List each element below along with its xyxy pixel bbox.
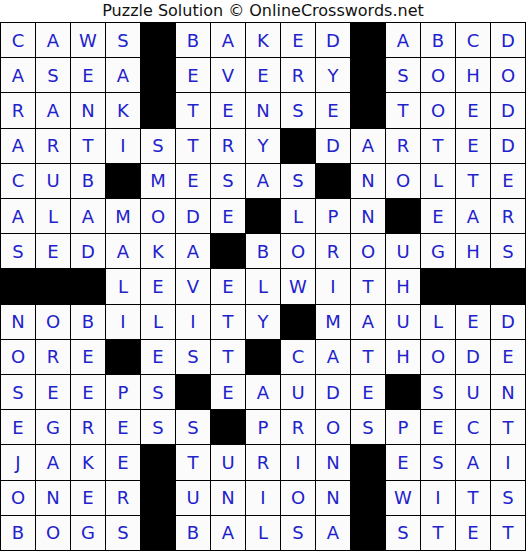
block-cell bbox=[36, 269, 70, 303]
letter-cell: B bbox=[176, 516, 210, 550]
letter-cell: N bbox=[316, 445, 350, 479]
letter-cell: C bbox=[281, 340, 315, 374]
letter-cell: A bbox=[36, 445, 70, 479]
letter-cell: B bbox=[421, 23, 455, 57]
letter-cell: N bbox=[316, 481, 350, 515]
letter-cell: O bbox=[421, 340, 455, 374]
letter-cell: Y bbox=[316, 58, 350, 92]
letter-cell: L bbox=[141, 305, 175, 339]
letter-cell: N bbox=[246, 93, 280, 127]
letter-cell: U bbox=[456, 375, 490, 409]
letter-cell: O bbox=[351, 234, 385, 268]
letter-cell: S bbox=[386, 516, 420, 550]
letter-cell: D bbox=[456, 340, 490, 374]
letter-cell: O bbox=[421, 58, 455, 92]
letter-cell: E bbox=[71, 375, 105, 409]
letter-cell: S bbox=[281, 164, 315, 198]
crossword-solution-page: Puzzle Solution © OnlineCrosswords.net C… bbox=[0, 0, 526, 551]
letter-cell: B bbox=[176, 23, 210, 57]
letter-cell: T bbox=[456, 481, 490, 515]
letter-cell: O bbox=[1, 481, 35, 515]
letter-cell: O bbox=[1, 340, 35, 374]
letter-cell: P bbox=[106, 375, 140, 409]
letter-cell: A bbox=[71, 199, 105, 233]
letter-cell: C bbox=[1, 23, 35, 57]
letter-cell: C bbox=[1, 164, 35, 198]
letter-cell: E bbox=[456, 516, 490, 550]
block-cell bbox=[141, 516, 175, 550]
letter-cell: C bbox=[456, 23, 490, 57]
letter-cell: N bbox=[351, 199, 385, 233]
letter-cell: E bbox=[351, 375, 385, 409]
letter-cell: R bbox=[246, 445, 280, 479]
letter-cell: A bbox=[1, 129, 35, 163]
block-cell bbox=[351, 445, 385, 479]
block-cell bbox=[176, 375, 210, 409]
letter-cell: A bbox=[316, 516, 350, 550]
letter-cell: O bbox=[36, 305, 70, 339]
letter-cell: D bbox=[71, 234, 105, 268]
letter-cell: O bbox=[36, 516, 70, 550]
letter-cell: R bbox=[36, 129, 70, 163]
letter-cell: A bbox=[316, 340, 350, 374]
block-cell bbox=[491, 269, 525, 303]
block-cell bbox=[71, 269, 105, 303]
block-cell bbox=[141, 445, 175, 479]
letter-cell: V bbox=[211, 58, 245, 92]
letter-cell: E bbox=[421, 410, 455, 444]
letter-cell: E bbox=[176, 58, 210, 92]
letter-cell: O bbox=[421, 93, 455, 127]
letter-cell: R bbox=[281, 410, 315, 444]
letter-cell: S bbox=[421, 445, 455, 479]
block-cell bbox=[386, 199, 420, 233]
letter-cell: E bbox=[316, 93, 350, 127]
letter-cell: E bbox=[176, 164, 210, 198]
letter-cell: J bbox=[1, 445, 35, 479]
letter-cell: E bbox=[71, 340, 105, 374]
letter-cell: T bbox=[421, 516, 455, 550]
letter-cell: I bbox=[316, 269, 350, 303]
letter-cell: M bbox=[141, 164, 175, 198]
letter-cell: S bbox=[176, 340, 210, 374]
block-cell bbox=[141, 93, 175, 127]
letter-cell: O bbox=[316, 410, 350, 444]
letter-cell: I bbox=[106, 129, 140, 163]
block-cell bbox=[351, 93, 385, 127]
block-cell bbox=[351, 23, 385, 57]
letter-cell: O bbox=[281, 481, 315, 515]
letter-cell: N bbox=[211, 481, 245, 515]
letter-cell: S bbox=[281, 93, 315, 127]
letter-cell: R bbox=[106, 481, 140, 515]
letter-cell: T bbox=[71, 129, 105, 163]
letter-cell: N bbox=[36, 481, 70, 515]
letter-cell: E bbox=[211, 199, 245, 233]
page-title: Puzzle Solution © OnlineCrosswords.net bbox=[0, 0, 526, 22]
letter-cell: A bbox=[211, 516, 245, 550]
letter-cell: S bbox=[281, 516, 315, 550]
letter-cell: T bbox=[386, 93, 420, 127]
letter-cell: A bbox=[246, 164, 280, 198]
letter-cell: R bbox=[491, 199, 525, 233]
block-cell bbox=[211, 234, 245, 268]
letter-cell: K bbox=[246, 23, 280, 57]
letter-cell: O bbox=[386, 164, 420, 198]
letter-cell: S bbox=[386, 58, 420, 92]
letter-cell: T bbox=[176, 129, 210, 163]
letter-cell: A bbox=[106, 234, 140, 268]
letter-cell: M bbox=[106, 199, 140, 233]
letter-cell: E bbox=[71, 58, 105, 92]
letter-cell: U bbox=[176, 481, 210, 515]
letter-cell: E bbox=[106, 445, 140, 479]
letter-cell: B bbox=[71, 305, 105, 339]
letter-cell: P bbox=[386, 410, 420, 444]
letter-cell: O bbox=[281, 234, 315, 268]
letter-cell: P bbox=[316, 199, 350, 233]
letter-cell: I bbox=[281, 445, 315, 479]
letter-cell: T bbox=[176, 445, 210, 479]
letter-cell: E bbox=[456, 129, 490, 163]
block-cell bbox=[141, 23, 175, 57]
letter-cell: I bbox=[106, 305, 140, 339]
letter-cell: L bbox=[421, 305, 455, 339]
letter-cell: S bbox=[141, 410, 175, 444]
letter-cell: G bbox=[71, 516, 105, 550]
letter-cell: U bbox=[386, 305, 420, 339]
letter-cell: G bbox=[36, 410, 70, 444]
block-cell bbox=[141, 481, 175, 515]
letter-cell: L bbox=[281, 199, 315, 233]
letter-cell: E bbox=[386, 445, 420, 479]
letter-cell: H bbox=[456, 234, 490, 268]
letter-cell: R bbox=[316, 234, 350, 268]
letter-cell: R bbox=[71, 410, 105, 444]
block-cell bbox=[351, 481, 385, 515]
letter-cell: E bbox=[456, 93, 490, 127]
letter-cell: A bbox=[176, 234, 210, 268]
block-cell bbox=[456, 269, 490, 303]
letter-cell: A bbox=[386, 23, 420, 57]
letter-cell: P bbox=[246, 410, 280, 444]
letter-cell: N bbox=[71, 93, 105, 127]
letter-cell: T bbox=[351, 340, 385, 374]
letter-cell: B bbox=[246, 234, 280, 268]
block-cell bbox=[1, 269, 35, 303]
letter-cell: E bbox=[141, 340, 175, 374]
letter-cell: E bbox=[71, 481, 105, 515]
block-cell bbox=[281, 305, 315, 339]
letter-cell: C bbox=[456, 410, 490, 444]
letter-cell: S bbox=[36, 58, 70, 92]
block-cell bbox=[281, 129, 315, 163]
letter-cell: A bbox=[1, 58, 35, 92]
letter-cell: U bbox=[36, 164, 70, 198]
letter-cell: T bbox=[351, 269, 385, 303]
letter-cell: E bbox=[491, 340, 525, 374]
letter-cell: M bbox=[316, 305, 350, 339]
letter-cell: L bbox=[36, 199, 70, 233]
letter-cell: N bbox=[491, 375, 525, 409]
letter-cell: S bbox=[176, 410, 210, 444]
letter-cell: T bbox=[211, 340, 245, 374]
letter-cell: E bbox=[491, 164, 525, 198]
letter-cell: L bbox=[246, 269, 280, 303]
letter-cell: W bbox=[71, 23, 105, 57]
letter-cell: D bbox=[316, 23, 350, 57]
letter-cell: D bbox=[491, 23, 525, 57]
block-cell bbox=[351, 516, 385, 550]
letter-cell: A bbox=[351, 129, 385, 163]
letter-cell: E bbox=[211, 269, 245, 303]
letter-cell: I bbox=[176, 305, 210, 339]
letter-cell: E bbox=[1, 410, 35, 444]
letter-cell: E bbox=[281, 23, 315, 57]
block-cell bbox=[106, 164, 140, 198]
letter-cell: B bbox=[71, 164, 105, 198]
letter-cell: K bbox=[71, 445, 105, 479]
letter-cell: S bbox=[106, 23, 140, 57]
crossword-grid: CAWSBAKEDABCDASEAEVERYSOHORANKTENSETOEDA… bbox=[0, 22, 526, 551]
letter-cell: R bbox=[36, 340, 70, 374]
letter-cell: S bbox=[421, 375, 455, 409]
letter-cell: E bbox=[36, 234, 70, 268]
letter-cell: E bbox=[421, 199, 455, 233]
letter-cell: A bbox=[36, 23, 70, 57]
letter-cell: I bbox=[491, 445, 525, 479]
block-cell bbox=[386, 375, 420, 409]
block-cell bbox=[246, 340, 280, 374]
letter-cell: U bbox=[281, 375, 315, 409]
block-cell bbox=[421, 269, 455, 303]
letter-cell: A bbox=[211, 23, 245, 57]
block-cell bbox=[316, 164, 350, 198]
letter-cell: E bbox=[141, 269, 175, 303]
block-cell bbox=[106, 340, 140, 374]
letter-cell: S bbox=[141, 375, 175, 409]
letter-cell: S bbox=[491, 234, 525, 268]
block-cell bbox=[246, 199, 280, 233]
letter-cell: W bbox=[281, 269, 315, 303]
letter-cell: L bbox=[421, 164, 455, 198]
letter-cell: S bbox=[351, 410, 385, 444]
block-cell bbox=[211, 410, 245, 444]
letter-cell: L bbox=[246, 516, 280, 550]
letter-cell: L bbox=[106, 269, 140, 303]
letter-cell: B bbox=[1, 516, 35, 550]
letter-cell: A bbox=[456, 445, 490, 479]
letter-cell: D bbox=[176, 199, 210, 233]
letter-cell: E bbox=[246, 58, 280, 92]
letter-cell: I bbox=[421, 481, 455, 515]
letter-cell: H bbox=[456, 58, 490, 92]
letter-cell: O bbox=[491, 58, 525, 92]
letter-cell: A bbox=[36, 93, 70, 127]
letter-cell: O bbox=[141, 199, 175, 233]
letter-cell: S bbox=[1, 234, 35, 268]
letter-cell: W bbox=[386, 481, 420, 515]
letter-cell: T bbox=[491, 410, 525, 444]
letter-cell: E bbox=[36, 375, 70, 409]
letter-cell: A bbox=[456, 199, 490, 233]
letter-cell: S bbox=[141, 129, 175, 163]
letter-cell: K bbox=[141, 234, 175, 268]
letter-cell: T bbox=[421, 129, 455, 163]
letter-cell: T bbox=[176, 93, 210, 127]
letter-cell: T bbox=[491, 516, 525, 550]
letter-cell: N bbox=[1, 305, 35, 339]
letter-cell: S bbox=[211, 164, 245, 198]
letter-cell: H bbox=[386, 340, 420, 374]
letter-cell: A bbox=[351, 305, 385, 339]
letter-cell: N bbox=[351, 164, 385, 198]
letter-cell: E bbox=[106, 410, 140, 444]
letter-cell: A bbox=[246, 375, 280, 409]
letter-cell: V bbox=[176, 269, 210, 303]
letter-cell: D bbox=[316, 375, 350, 409]
letter-cell: E bbox=[211, 375, 245, 409]
letter-cell: R bbox=[211, 129, 245, 163]
letter-cell: T bbox=[456, 164, 490, 198]
letter-cell: A bbox=[1, 199, 35, 233]
letter-cell: U bbox=[211, 445, 245, 479]
letter-cell: I bbox=[246, 481, 280, 515]
letter-cell: G bbox=[421, 234, 455, 268]
letter-cell: R bbox=[281, 58, 315, 92]
block-cell bbox=[351, 58, 385, 92]
letter-cell: S bbox=[106, 516, 140, 550]
letter-cell: E bbox=[211, 93, 245, 127]
letter-cell: K bbox=[106, 93, 140, 127]
letter-cell: H bbox=[386, 269, 420, 303]
letter-cell: A bbox=[106, 58, 140, 92]
letter-cell: D bbox=[316, 129, 350, 163]
letter-cell: S bbox=[1, 375, 35, 409]
letter-cell: E bbox=[456, 305, 490, 339]
letter-cell: S bbox=[491, 481, 525, 515]
letter-cell: U bbox=[386, 234, 420, 268]
letter-cell: R bbox=[1, 93, 35, 127]
letter-cell: Y bbox=[246, 305, 280, 339]
letter-cell: D bbox=[491, 129, 525, 163]
letter-cell: T bbox=[211, 305, 245, 339]
letter-cell: R bbox=[386, 129, 420, 163]
letter-cell: D bbox=[491, 305, 525, 339]
letter-cell: Y bbox=[246, 129, 280, 163]
letter-cell: D bbox=[491, 93, 525, 127]
block-cell bbox=[141, 58, 175, 92]
